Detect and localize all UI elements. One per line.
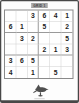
sudoku-cell-r5c5	[50, 56, 61, 67]
sudoku-cell-r5c6	[61, 56, 72, 67]
sudoku-cell-r4c1	[5, 44, 16, 55]
puzzle-title: GRID 1	[31, 3, 47, 8]
sudoku-cell-r6c6	[61, 67, 72, 78]
sudoku-cell-r3c4	[39, 33, 50, 44]
bird-logo	[32, 84, 49, 98]
page-scale-wrapper: GRID 1 36416152325213365415	[0, 0, 79, 103]
sudoku-cell-r2c6: 2	[61, 22, 72, 33]
sudoku-cell-r2c1: 6	[5, 22, 16, 33]
sudoku-cell-r1c2	[16, 11, 27, 22]
footer-fineprint	[34, 98, 45, 99]
sudoku-cell-r4c2	[16, 44, 27, 55]
sudoku-cell-r3c5	[50, 33, 61, 44]
sudoku-cell-r4c4: 2	[39, 44, 50, 55]
sudoku-cell-r1c3: 3	[28, 11, 39, 22]
sudoku-cell-r6c2	[16, 67, 27, 78]
sudoku-cell-r5c2: 6	[16, 56, 27, 67]
sudoku-cell-r5c4	[39, 56, 50, 67]
sudoku-cell-r2c2: 1	[16, 22, 27, 33]
sudoku-board: 36416152325213365415	[4, 10, 74, 80]
sudoku-cell-r1c4: 6	[39, 11, 50, 22]
sudoku-cell-r2c3	[28, 22, 39, 33]
sudoku-cell-r5c1: 3	[5, 56, 16, 67]
sudoku-cell-r1c1	[5, 11, 16, 22]
sudoku-cell-r3c2: 3	[16, 33, 27, 44]
sudoku-cell-r5c3: 5	[28, 56, 39, 67]
sudoku-cell-r2c4: 5	[39, 22, 50, 33]
sudoku-cell-r6c3: 1	[28, 67, 39, 78]
sudoku-cell-r6c4	[39, 67, 50, 78]
sudoku-cell-r4c5: 1	[50, 44, 61, 55]
sudoku-cell-r3c6: 5	[61, 33, 72, 44]
sudoku-cell-r2c5	[50, 22, 61, 33]
sudoku-cell-r3c1	[5, 33, 16, 44]
sudoku-cell-r3c3: 2	[28, 33, 39, 44]
worksheet-page: GRID 1 36416152325213365415	[0, 0, 79, 103]
sudoku-cell-r6c1: 4	[5, 67, 16, 78]
sudoku-cell-r1c6: 1	[61, 11, 72, 22]
sudoku-cell-r1c5: 4	[50, 11, 61, 22]
sudoku-cell-r6c5: 5	[50, 67, 61, 78]
sudoku-cell-r4c6: 3	[61, 44, 72, 55]
sudoku-cell-r4c3	[28, 44, 39, 55]
